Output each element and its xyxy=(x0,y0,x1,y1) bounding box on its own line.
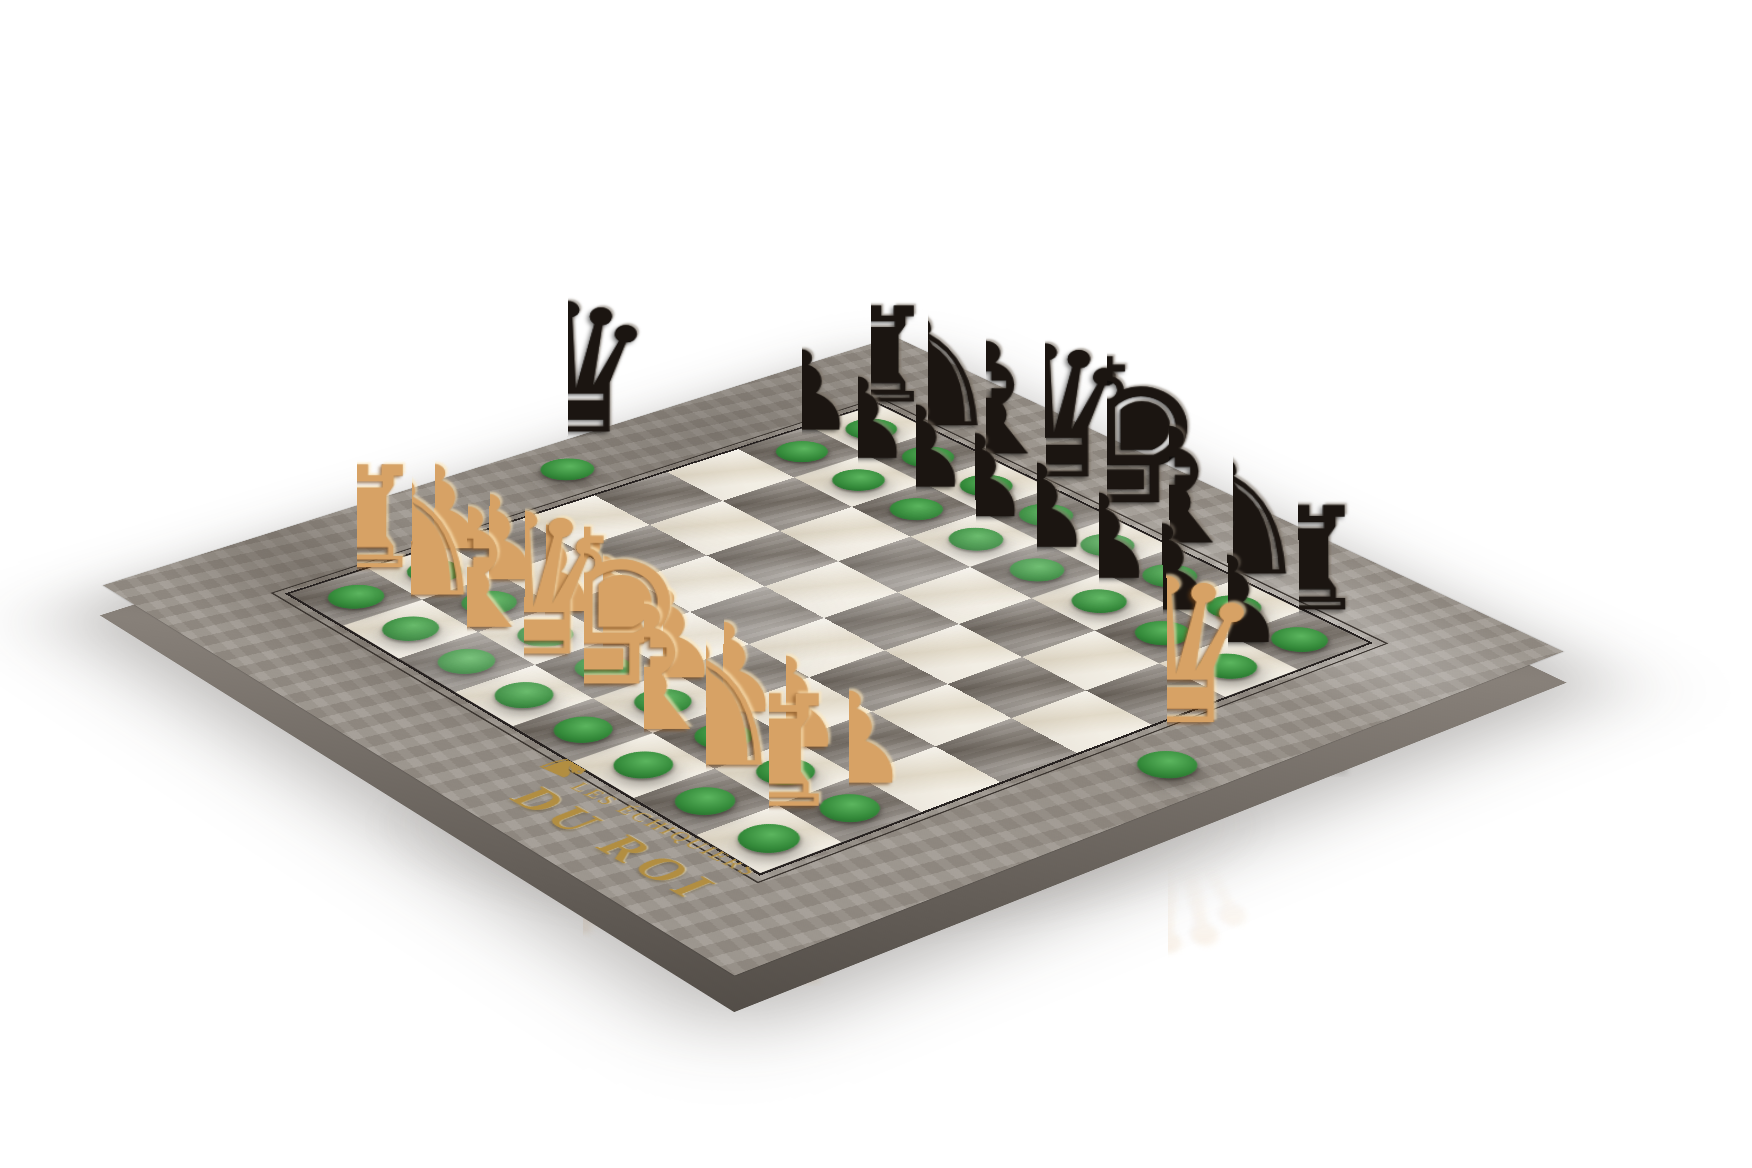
felt-base xyxy=(1260,622,1339,656)
black-queen: ♛♛ xyxy=(504,443,632,495)
piece-glyph: ♛ xyxy=(567,266,568,474)
photo-stage: ♜♜♞♞♝♝♛♛♚♚♝♝♞♞♜♜♟♟♟♟♟♟♟♟♟♟♟♟♟♟♟♟♟♟♟♟♟♟♟♟… xyxy=(0,0,1752,1168)
piece-reflection: ♛ xyxy=(1167,758,1168,992)
piece-reflection: ♞ xyxy=(1234,601,1235,788)
felt-base xyxy=(1188,649,1268,684)
piece-reflection: ♟ xyxy=(1228,660,1229,800)
piece-glyph: ♝ xyxy=(467,473,468,666)
scene-3d: ♜♜♞♞♝♝♛♛♚♚♝♝♞♞♜♜♟♟♟♟♟♟♟♟♟♟♟♟♟♟♟♟♟♟♟♟♟♟♟♟… xyxy=(0,0,1752,1168)
extra-black-queen: ♛♛ xyxy=(504,443,632,495)
felt-base xyxy=(1125,746,1209,784)
felt-base xyxy=(1123,616,1202,650)
felt-base xyxy=(808,789,892,828)
chess-board: ♜♜♞♞♝♝♛♛♚♚♝♝♞♞♜♜♟♟♟♟♟♟♟♟♟♟♟♟♟♟♟♟♟♟♟♟♟♟♟♟… xyxy=(103,337,1563,976)
felt-base xyxy=(563,650,642,685)
piece-glyph: ♜ xyxy=(1299,477,1300,644)
